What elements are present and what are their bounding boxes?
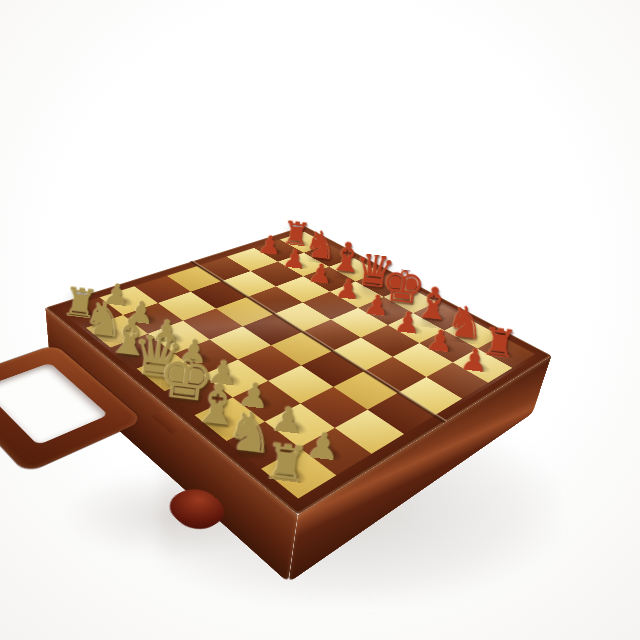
chess-set-stage: ♜♞♝♛♚♝♞♜♟♟♟♟♟♟♟♟♟♟♟♟♟♟♟♟♜♞♝♛♚♝♞♜: [101, 131, 502, 532]
carry-handle[interactable]: [0, 344, 144, 473]
photo-backdrop: ♜♞♝♛♚♝♞♜♟♟♟♟♟♟♟♟♟♟♟♟♟♟♟♟♜♞♝♛♚♝♞♜: [0, 0, 640, 640]
perspective-scene: ♜♞♝♛♚♝♞♜♟♟♟♟♟♟♟♟♟♟♟♟♟♟♟♟♜♞♝♛♚♝♞♜: [101, 131, 502, 532]
